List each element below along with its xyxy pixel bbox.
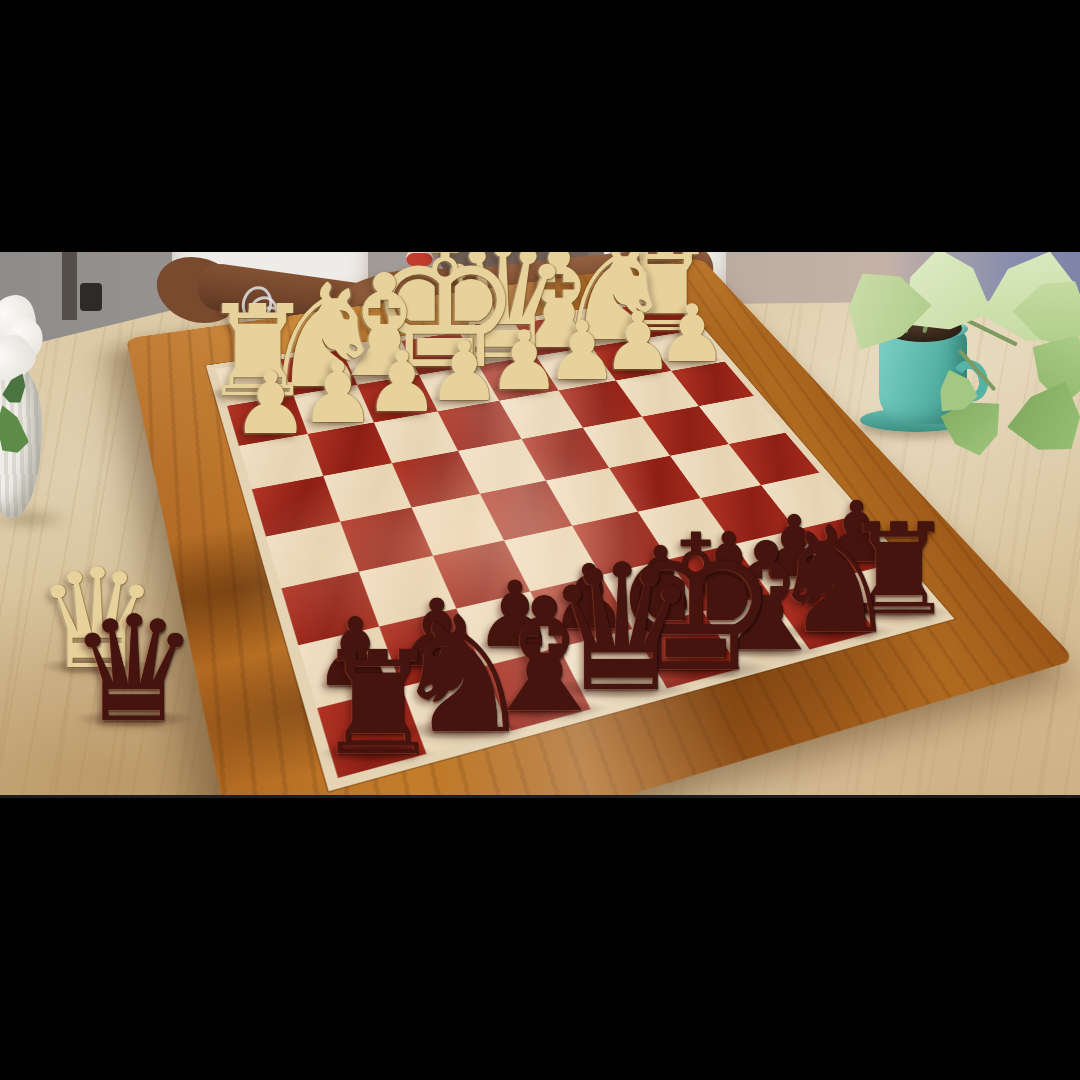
letterbox-top bbox=[0, 0, 1080, 252]
wall-object bbox=[80, 283, 102, 311]
photo-scene: ♜♞♝♚♛♝♞♜♟♟♟♟♟♟♟♟♟♟♟♟♟♟♟♟♜♞♝♛♚♝♞♜♛♛ bbox=[0, 0, 1080, 1080]
wall-post bbox=[62, 252, 77, 320]
piece-dark-queen[interactable]: ♛ bbox=[61, 596, 207, 742]
piece-white-pawn-h2[interactable]: ♟ bbox=[227, 360, 313, 446]
letterbox-bottom bbox=[0, 795, 1080, 1080]
piece-dark-rook-h8[interactable]: ♜ bbox=[306, 633, 449, 776]
